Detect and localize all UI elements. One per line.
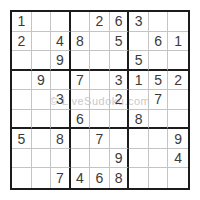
cell-r8c6[interactable]: 9 [110, 149, 130, 169]
cell-r2c8[interactable]: 6 [149, 32, 169, 52]
cell-r3c1[interactable] [12, 51, 32, 71]
cell-r1c8[interactable] [149, 12, 169, 32]
cell-r6c5[interactable] [90, 110, 110, 130]
cell-r9c1[interactable] [12, 168, 32, 188]
cell-r8c7[interactable] [129, 149, 149, 169]
sudoku-board: © LiveSudoku.com 12632485619597315232768… [10, 10, 190, 190]
cell-r8c8[interactable] [149, 149, 169, 169]
cell-r5c4[interactable] [71, 90, 91, 110]
cell-r9c2[interactable] [32, 168, 52, 188]
cell-r2c9[interactable]: 1 [168, 32, 188, 52]
cell-r5c7[interactable] [129, 90, 149, 110]
cell-r3c9[interactable] [168, 51, 188, 71]
cell-r6c1[interactable] [12, 110, 32, 130]
cell-r3c3[interactable]: 9 [51, 51, 71, 71]
cell-r1c2[interactable] [32, 12, 52, 32]
cell-r2c7[interactable] [129, 32, 149, 52]
cell-r3c2[interactable] [32, 51, 52, 71]
cell-r3c6[interactable] [110, 51, 130, 71]
cell-r5c5[interactable] [90, 90, 110, 110]
cell-r7c8[interactable] [149, 129, 169, 149]
cell-r4c2[interactable]: 9 [32, 71, 52, 91]
cell-r5c3[interactable]: 3 [51, 90, 71, 110]
cell-r2c2[interactable] [32, 32, 52, 52]
cell-r1c6[interactable]: 6 [110, 12, 130, 32]
cell-r5c6[interactable]: 2 [110, 90, 130, 110]
cell-r7c1[interactable]: 5 [12, 129, 32, 149]
cell-r1c7[interactable]: 3 [129, 12, 149, 32]
cell-r9c3[interactable]: 7 [51, 168, 71, 188]
cell-r8c1[interactable] [12, 149, 32, 169]
cell-r1c3[interactable] [51, 12, 71, 32]
cell-r9c8[interactable] [149, 168, 169, 188]
cell-r7c4[interactable] [71, 129, 91, 149]
cell-r4c1[interactable] [12, 71, 32, 91]
cell-r4c4[interactable]: 7 [71, 71, 91, 91]
cell-r6c3[interactable] [51, 110, 71, 130]
cell-r5c1[interactable] [12, 90, 32, 110]
cell-r9c5[interactable]: 6 [90, 168, 110, 188]
cell-r5c2[interactable] [32, 90, 52, 110]
cell-r1c4[interactable] [71, 12, 91, 32]
cell-r7c5[interactable]: 7 [90, 129, 110, 149]
cell-r6c9[interactable] [168, 110, 188, 130]
cell-r3c7[interactable]: 5 [129, 51, 149, 71]
cell-r1c9[interactable] [168, 12, 188, 32]
cell-r7c9[interactable]: 9 [168, 129, 188, 149]
cell-r5c9[interactable] [168, 90, 188, 110]
cell-r3c8[interactable] [149, 51, 169, 71]
cell-r8c5[interactable] [90, 149, 110, 169]
cell-r4c6[interactable]: 3 [110, 71, 130, 91]
cell-r2c5[interactable] [90, 32, 110, 52]
cell-r2c4[interactable]: 8 [71, 32, 91, 52]
cell-r2c1[interactable]: 2 [12, 32, 32, 52]
cell-r8c9[interactable]: 4 [168, 149, 188, 169]
cell-r4c7[interactable]: 1 [129, 71, 149, 91]
cell-r6c7[interactable]: 8 [129, 110, 149, 130]
cell-r9c6[interactable]: 8 [110, 168, 130, 188]
cell-r4c5[interactable] [90, 71, 110, 91]
cell-r6c8[interactable] [149, 110, 169, 130]
cell-r8c2[interactable] [32, 149, 52, 169]
cell-r7c3[interactable]: 8 [51, 129, 71, 149]
cell-r8c4[interactable] [71, 149, 91, 169]
cell-r7c6[interactable] [110, 129, 130, 149]
cell-r2c6[interactable]: 5 [110, 32, 130, 52]
cell-r4c8[interactable]: 5 [149, 71, 169, 91]
cell-r8c3[interactable] [51, 149, 71, 169]
cell-r9c7[interactable] [129, 168, 149, 188]
cell-r6c6[interactable] [110, 110, 130, 130]
cell-r4c3[interactable] [51, 71, 71, 91]
cell-r7c7[interactable] [129, 129, 149, 149]
cell-r6c4[interactable]: 6 [71, 110, 91, 130]
cell-r1c5[interactable]: 2 [90, 12, 110, 32]
cell-r5c8[interactable]: 7 [149, 90, 169, 110]
cell-r6c2[interactable] [32, 110, 52, 130]
cell-r1c1[interactable]: 1 [12, 12, 32, 32]
cell-r4c9[interactable]: 2 [168, 71, 188, 91]
cell-r9c4[interactable]: 4 [71, 168, 91, 188]
cell-r7c2[interactable] [32, 129, 52, 149]
cell-r9c9[interactable] [168, 168, 188, 188]
cell-r2c3[interactable]: 4 [51, 32, 71, 52]
cell-r3c5[interactable] [90, 51, 110, 71]
sudoku-page: © LiveSudoku.com 12632485619597315232768… [0, 0, 200, 200]
cell-r3c4[interactable] [71, 51, 91, 71]
